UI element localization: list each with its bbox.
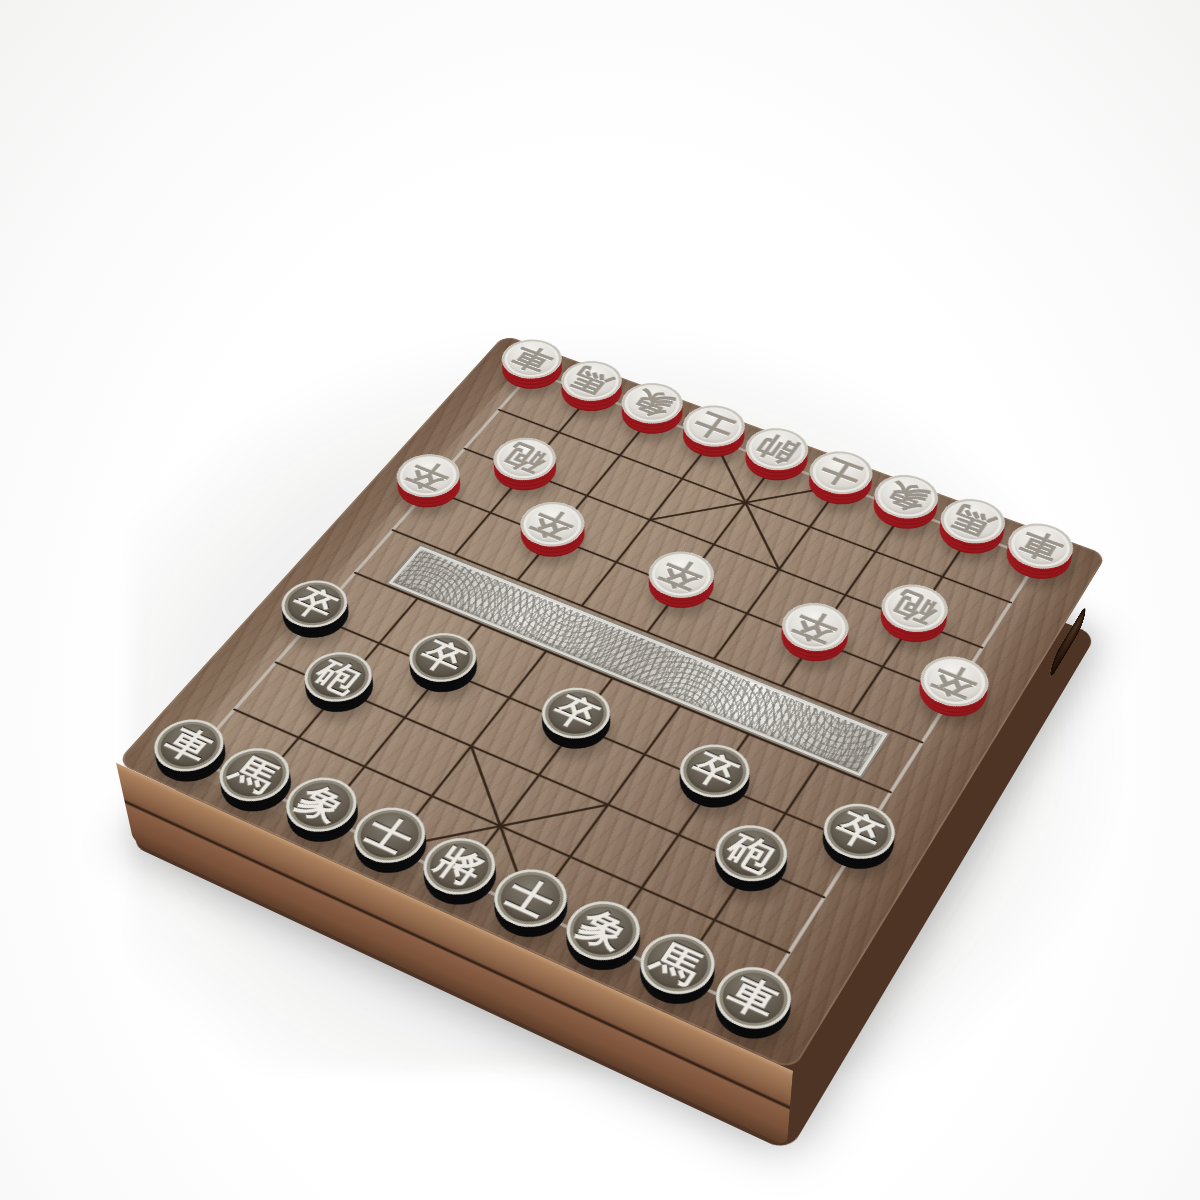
piece-character: 車 (721, 971, 785, 1024)
piece-character: 象 (290, 781, 352, 828)
piece-character: 砲 (721, 829, 782, 877)
piece-character: 卒 (685, 748, 745, 794)
piece-black-soldier[interactable]: 卒 (530, 692, 622, 761)
piece-character: 將 (428, 842, 491, 891)
piece-character: 象 (571, 905, 634, 956)
piece-black-soldier[interactable]: 卒 (811, 807, 905, 882)
piece-red-soldier[interactable]: 卒 (908, 661, 997, 728)
piece-character: 卒 (546, 691, 605, 735)
piece-black-cannon[interactable]: 砲 (293, 656, 386, 723)
piece-black-cannon[interactable]: 砲 (703, 828, 799, 904)
piece-character: 馬 (646, 938, 710, 990)
piece-black-soldier[interactable]: 卒 (668, 748, 761, 820)
piece-character: 卒 (926, 660, 983, 703)
piece-character: 車 (158, 723, 220, 768)
piece-character: 卒 (413, 636, 472, 678)
piece-character: 士 (499, 873, 562, 923)
piece-character: 馬 (223, 752, 285, 798)
piece-character: 士 (358, 811, 421, 859)
photo-stage: 車馬象士帥士象馬車砲砲卒卒卒卒卒卒卒卒卒卒砲砲車馬象士將士象馬車 (0, 0, 1200, 1200)
piece-character: 砲 (308, 655, 367, 698)
piece-character: 卒 (829, 807, 889, 855)
